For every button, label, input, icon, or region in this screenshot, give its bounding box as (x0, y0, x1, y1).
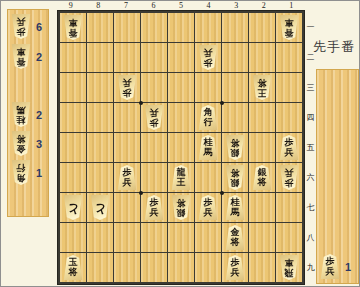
hoshi-dot (220, 191, 224, 195)
square-3-7[interactable]: 桂馬 (222, 193, 248, 222)
square-2-4[interactable] (249, 103, 275, 132)
piece-kanji: 王将 (258, 78, 267, 97)
hand-count: 6 (36, 21, 42, 33)
square-4-5[interactable]: 桂馬 (195, 133, 221, 162)
square-9-4[interactable] (60, 103, 86, 132)
square-9-1[interactable]: 香車 (60, 13, 86, 42)
square-3-1[interactable] (222, 13, 248, 42)
rank-label-4: 四 (305, 103, 316, 133)
rank-label-5: 五 (305, 133, 316, 163)
square-2-6[interactable]: 銀将 (249, 163, 275, 192)
gote-captured-stand: 歩兵6香車2桂馬2金将3角行1 (7, 9, 49, 217)
file-label-3: 3 (222, 1, 250, 10)
square-3-4[interactable] (222, 103, 248, 132)
piece-kanji: 香車 (285, 18, 294, 37)
square-8-3[interactable] (87, 73, 113, 102)
shogi-board: 香車香車歩兵歩兵王将歩兵角行桂馬銀将歩兵歩兵龍王銀将銀将歩兵とと歩兵銀将歩兵桂馬… (57, 10, 305, 285)
square-8-9[interactable] (87, 253, 113, 282)
hand-count: 1 (36, 167, 42, 179)
square-6-4[interactable]: 歩兵 (141, 103, 167, 132)
piece-gote-bishop[interactable]: 角行 (11, 160, 31, 185)
square-8-2[interactable] (87, 43, 113, 72)
piece-gote-silver[interactable]: 銀将 (225, 135, 245, 160)
square-5-6[interactable]: 龍王 (168, 163, 194, 192)
rank-label-6: 六 (305, 162, 316, 192)
piece-sente-king[interactable]: 玉将 (63, 255, 83, 280)
square-6-9[interactable] (141, 253, 167, 282)
piece-kanji: 金将 (17, 134, 26, 153)
square-7-1[interactable] (114, 13, 140, 42)
piece-sente-knight[interactable]: 桂馬 (198, 135, 218, 160)
piece-kanji: と (67, 200, 79, 219)
square-5-4[interactable] (168, 103, 194, 132)
square-1-5[interactable]: 歩兵 (276, 133, 302, 162)
square-7-5[interactable] (114, 133, 140, 162)
square-4-6[interactable] (195, 163, 221, 192)
piece-gote-king[interactable]: 王将 (252, 75, 272, 100)
piece-gote-pawn[interactable]: 歩兵 (144, 105, 164, 130)
piece-gote-pawn[interactable]: 歩兵 (11, 14, 31, 39)
square-8-1[interactable] (87, 13, 113, 42)
square-2-3[interactable]: 王将 (249, 73, 275, 102)
square-7-2[interactable] (114, 43, 140, 72)
piece-sente-pawn[interactable]: 歩兵 (279, 135, 299, 160)
piece-sente-pawn[interactable]: 歩兵 (198, 195, 218, 220)
square-2-8[interactable] (249, 223, 275, 252)
piece-kanji: 角行 (17, 163, 26, 182)
square-5-7[interactable]: 銀将 (168, 193, 194, 222)
rank-label-8: 八 (305, 222, 316, 252)
square-1-4[interactable] (276, 103, 302, 132)
square-9-8[interactable] (60, 223, 86, 252)
piece-sente-pawn[interactable]: 歩兵 (320, 254, 340, 279)
square-2-2[interactable] (249, 43, 275, 72)
square-3-8[interactable]: 金将 (222, 223, 248, 252)
square-5-8[interactable] (168, 223, 194, 252)
piece-kanji: 銀将 (177, 198, 186, 217)
piece-gote-pawn[interactable]: 歩兵 (117, 75, 137, 100)
square-9-6[interactable] (60, 163, 86, 192)
square-6-3[interactable] (141, 73, 167, 102)
piece-kanji: 桂馬 (231, 198, 240, 217)
piece-gote-rook[interactable]: 飛車 (279, 255, 299, 280)
rank-label-9: 九 (305, 252, 316, 282)
hoshi-dot (220, 101, 224, 105)
square-8-7[interactable]: と (87, 193, 113, 222)
square-5-9[interactable] (168, 253, 194, 282)
file-label-7: 7 (112, 1, 140, 10)
square-6-6[interactable] (141, 163, 167, 192)
piece-sente-knight[interactable]: 桂馬 (225, 195, 245, 220)
piece-kanji: 桂馬 (17, 105, 26, 124)
piece-sente-gold[interactable]: 金将 (225, 225, 245, 250)
gote-hand-lance[interactable]: 香車2 (11, 44, 42, 69)
square-6-1[interactable] (141, 13, 167, 42)
piece-kanji: 龍王 (177, 168, 186, 187)
piece-gote-tokin[interactable]: と (63, 195, 83, 220)
square-1-7[interactable] (276, 193, 302, 222)
square-9-9[interactable]: 玉将 (60, 253, 86, 282)
piece-kanji: 銀将 (231, 168, 240, 187)
piece-gote-knight[interactable]: 桂馬 (11, 102, 31, 127)
square-9-3[interactable] (60, 73, 86, 102)
piece-kanji: 金将 (231, 228, 240, 247)
square-6-2[interactable] (141, 43, 167, 72)
file-label-1: 1 (278, 1, 306, 10)
piece-sente-bishop[interactable]: 角行 (198, 105, 218, 130)
square-3-6[interactable]: 銀将 (222, 163, 248, 192)
square-8-8[interactable] (87, 223, 113, 252)
square-7-7[interactable] (114, 193, 140, 222)
piece-sente-pawn[interactable]: 歩兵 (144, 195, 164, 220)
piece-gote-tokin[interactable]: と (90, 195, 110, 220)
file-labels: 987654321 (57, 1, 305, 10)
gote-hand-gold[interactable]: 金将3 (11, 131, 42, 156)
square-5-5[interactable] (168, 133, 194, 162)
file-label-8: 8 (85, 1, 113, 10)
piece-kanji: 桂馬 (204, 138, 213, 157)
piece-sente-pawn[interactable]: 歩兵 (117, 165, 137, 190)
piece-gote-pawn[interactable]: 歩兵 (279, 165, 299, 190)
piece-gote-silver[interactable]: 銀将 (171, 195, 191, 220)
piece-sente-pawn[interactable]: 歩兵 (225, 255, 245, 280)
square-6-7[interactable]: 歩兵 (141, 193, 167, 222)
square-5-2[interactable] (168, 43, 194, 72)
file-label-2: 2 (250, 1, 278, 10)
piece-kanji: 歩兵 (17, 17, 26, 36)
hand-count: 1 (345, 261, 351, 273)
piece-sente-dragon[interactable]: 龍王 (171, 165, 191, 190)
square-3-2[interactable] (222, 43, 248, 72)
square-2-1[interactable] (249, 13, 275, 42)
square-7-4[interactable] (114, 103, 140, 132)
square-6-8[interactable] (141, 223, 167, 252)
piece-kanji: 銀将 (231, 138, 240, 157)
square-1-9[interactable]: 飛車 (276, 253, 302, 282)
square-4-8[interactable] (195, 223, 221, 252)
piece-kanji: 歩兵 (285, 138, 294, 157)
square-1-1[interactable]: 香車 (276, 13, 302, 42)
piece-gote-silver[interactable]: 銀将 (225, 165, 245, 190)
piece-gote-lance[interactable]: 香車 (11, 44, 31, 69)
piece-kanji: 歩兵 (204, 48, 213, 67)
piece-kanji: 歩兵 (150, 198, 159, 217)
piece-kanji: 飛車 (285, 258, 294, 277)
square-8-5[interactable] (87, 133, 113, 162)
piece-gote-lance[interactable]: 香車 (279, 15, 299, 40)
square-1-8[interactable] (276, 223, 302, 252)
gote-hand-bishop[interactable]: 角行1 (11, 160, 42, 185)
sente-captured-stand: 歩兵1 (316, 69, 359, 284)
piece-kanji: 歩兵 (204, 198, 213, 217)
piece-kanji: 歩兵 (231, 258, 240, 277)
piece-gote-gold[interactable]: 金将 (11, 131, 31, 156)
square-4-4[interactable]: 角行 (195, 103, 221, 132)
square-8-4[interactable] (87, 103, 113, 132)
turn-indicator: 先手番 (313, 38, 355, 56)
square-9-5[interactable] (60, 133, 86, 162)
square-3-5[interactable]: 銀将 (222, 133, 248, 162)
hand-count: 3 (36, 138, 42, 150)
square-4-9[interactable] (195, 253, 221, 282)
rank-label-3: 三 (305, 73, 316, 103)
hoshi-dot (139, 101, 143, 105)
square-4-3[interactable] (195, 73, 221, 102)
piece-kanji: 歩兵 (123, 78, 132, 97)
square-1-3[interactable] (276, 73, 302, 102)
square-8-6[interactable] (87, 163, 113, 192)
square-7-6[interactable]: 歩兵 (114, 163, 140, 192)
piece-kanji: 歩兵 (150, 108, 159, 127)
file-label-6: 6 (140, 1, 168, 10)
sente-hand-pawn[interactable]: 歩兵1 (320, 254, 351, 279)
piece-gote-pawn[interactable]: 歩兵 (198, 45, 218, 70)
piece-kanji: 玉将 (69, 258, 78, 277)
piece-gote-lance[interactable]: 香車 (63, 15, 83, 40)
square-3-3[interactable] (222, 73, 248, 102)
square-2-9[interactable] (249, 253, 275, 282)
square-9-7[interactable]: と (60, 193, 86, 222)
piece-sente-silver[interactable]: 銀将 (252, 165, 272, 190)
square-7-9[interactable] (114, 253, 140, 282)
square-6-5[interactable] (141, 133, 167, 162)
square-7-3[interactable]: 歩兵 (114, 73, 140, 102)
square-1-6[interactable]: 歩兵 (276, 163, 302, 192)
square-2-7[interactable] (249, 193, 275, 222)
square-1-2[interactable] (276, 43, 302, 72)
hand-count: 2 (36, 51, 42, 63)
square-5-1[interactable] (168, 13, 194, 42)
square-4-2[interactable]: 歩兵 (195, 43, 221, 72)
hand-count: 2 (36, 109, 42, 121)
piece-kanji: 歩兵 (123, 168, 132, 187)
square-9-2[interactable] (60, 43, 86, 72)
piece-kanji: 角行 (204, 108, 213, 127)
piece-kanji: 歩兵 (326, 257, 335, 276)
square-4-7[interactable]: 歩兵 (195, 193, 221, 222)
square-4-1[interactable] (195, 13, 221, 42)
piece-kanji: 香車 (69, 18, 78, 37)
piece-kanji: 香車 (17, 47, 26, 66)
file-label-4: 4 (195, 1, 223, 10)
square-2-5[interactable] (249, 133, 275, 162)
square-3-9[interactable]: 歩兵 (222, 253, 248, 282)
file-label-5: 5 (167, 1, 195, 10)
file-label-9: 9 (57, 1, 85, 10)
square-7-8[interactable] (114, 223, 140, 252)
piece-kanji: と (94, 200, 106, 219)
rank-label-7: 七 (305, 192, 316, 222)
gote-hand-knight[interactable]: 桂馬2 (11, 102, 42, 127)
gote-hand-pawn[interactable]: 歩兵6 (11, 14, 42, 39)
square-5-3[interactable] (168, 73, 194, 102)
piece-kanji: 歩兵 (285, 168, 294, 187)
hoshi-dot (139, 191, 143, 195)
shogi-board-window: 987654321 一二三四五六七八九 香車香車歩兵歩兵王将歩兵角行桂馬銀将歩兵… (0, 0, 360, 287)
piece-kanji: 銀将 (258, 168, 267, 187)
